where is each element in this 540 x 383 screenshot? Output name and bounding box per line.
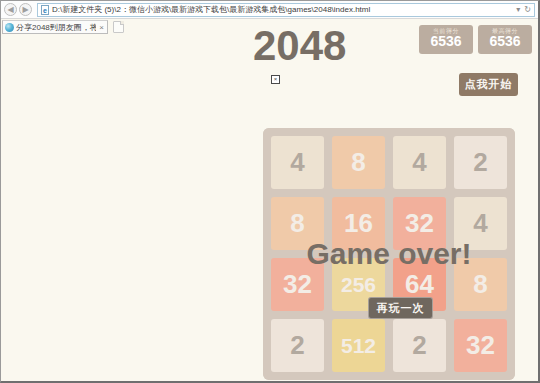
tab-favicon-icon [5, 23, 14, 32]
score-box-current: 当前得分 6536 [419, 25, 473, 54]
board: 4842816324322566482512232 Game over! 再玩一… [263, 128, 515, 380]
browser-window: ◀ ▶ e D:\新建文件夹 (5)\2：微信小游戏\最新游戏下载包\最新游戏集… [0, 0, 540, 383]
score-box-best: 最高得分 6536 [478, 25, 532, 54]
refresh-icon[interactable]: ↻ [524, 5, 531, 14]
tab-close-icon[interactable]: × [98, 23, 105, 32]
url-buttons: ▾ ↻ [516, 5, 531, 14]
back-button[interactable]: ◀ [4, 3, 17, 16]
url-text[interactable]: D:\新建文件夹 (5)\2：微信小游戏\最新游戏下载包\最新游戏集成包\gam… [52, 4, 513, 15]
new-tab-button[interactable] [113, 21, 124, 33]
score-best-value: 6536 [478, 34, 532, 49]
score-current-value: 6536 [419, 34, 473, 49]
broken-image-icon: × [271, 75, 280, 84]
autocomplete-dropdown-icon[interactable]: ▾ [516, 5, 520, 14]
tab-title[interactable]: 分享2048到朋友圈，将免... [16, 22, 96, 33]
address-bar: ◀ ▶ e D:\新建文件夹 (5)\2：微信小游戏\最新游戏下载包\最新游戏集… [1, 1, 538, 19]
url-field[interactable]: e D:\新建文件夹 (5)\2：微信小游戏\最新游戏下载包\最新游戏集成包\g… [37, 3, 535, 17]
game-over-message: Game over! [306, 237, 471, 271]
page-title: 2048 [253, 25, 346, 67]
start-button[interactable]: 点我开始 [459, 73, 518, 96]
page-icon: e [41, 5, 49, 15]
retry-button[interactable]: 再玩一次 [368, 297, 433, 319]
forward-button[interactable]: ▶ [19, 3, 32, 16]
game-over-overlay: Game over! 再玩一次 [263, 128, 515, 380]
browser-tab[interactable]: 分享2048到朋友圈，将免... × [2, 20, 108, 34]
